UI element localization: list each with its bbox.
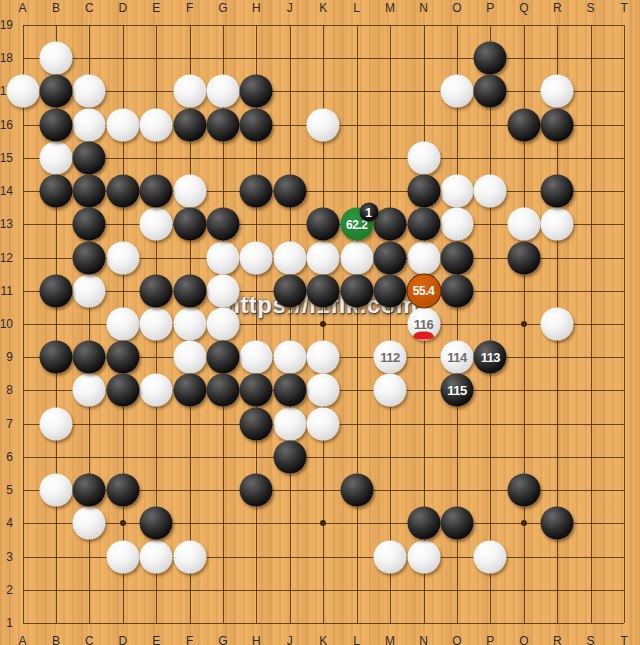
stone-black-R4[interactable] (541, 507, 574, 540)
stone-white-K16[interactable] (307, 108, 340, 141)
coord-label-top-M: M (385, 1, 395, 15)
stone-black-H8[interactable] (240, 374, 273, 407)
stone-white-N3[interactable] (407, 540, 440, 573)
stone-black-H7[interactable] (240, 407, 273, 440)
stone-white-C16[interactable] (73, 108, 106, 141)
stone-white-B15[interactable] (39, 141, 72, 174)
grid-line-horizontal (23, 623, 625, 624)
stone-black-B9[interactable] (39, 341, 72, 374)
coord-label-top-B: B (52, 1, 60, 15)
stone-white-F3[interactable] (173, 540, 206, 573)
stone-white-O9[interactable]: 114 (440, 341, 473, 374)
stone-black-C14[interactable] (73, 175, 106, 208)
grid-line-vertical (357, 25, 358, 623)
stone-white-J12[interactable] (273, 241, 306, 274)
stone-white-B7[interactable] (39, 407, 72, 440)
stone-white-A17[interactable] (6, 75, 39, 108)
stone-white-N10[interactable]: 116 (407, 307, 440, 340)
stone-black-F16[interactable] (173, 108, 206, 141)
grid-line-vertical (490, 25, 491, 623)
red-underline-mark (413, 331, 434, 339)
stone-white-H12[interactable] (240, 241, 273, 274)
coord-label-bottom-S: S (587, 634, 595, 645)
stone-black-B14[interactable] (39, 175, 72, 208)
stone-white-E8[interactable] (140, 374, 173, 407)
stone-white-Q13[interactable] (507, 208, 540, 241)
stone-black-O12[interactable] (440, 241, 473, 274)
stone-black-P17[interactable] (474, 75, 507, 108)
grid-line-vertical (624, 25, 625, 623)
move-number-112: 112 (380, 350, 399, 365)
stone-black-J14[interactable] (273, 175, 306, 208)
coord-label-top-H: H (252, 1, 261, 15)
stone-white-D16[interactable] (106, 108, 139, 141)
coord-label-bottom-B: B (52, 634, 60, 645)
stone-white-L12[interactable] (340, 241, 373, 274)
coord-label-top-T: T (620, 1, 627, 15)
stone-white-R13[interactable] (541, 208, 574, 241)
coord-label-bottom-Q: Q (519, 634, 528, 645)
stone-white-C8[interactable] (73, 374, 106, 407)
coord-label-bottom-L: L (353, 634, 360, 645)
coord-label-top-R: R (553, 1, 562, 15)
stone-white-N12[interactable] (407, 241, 440, 274)
move-rank-badge: 1 (359, 203, 378, 222)
coord-label-top-Q: Q (519, 1, 528, 15)
stone-white-J7[interactable] (273, 407, 306, 440)
coord-label-top-D: D (118, 1, 127, 15)
coord-label-left-15: 15 (0, 151, 13, 165)
grid-line-horizontal (23, 457, 625, 458)
stone-white-G17[interactable] (207, 75, 240, 108)
coord-label-bottom-E: E (152, 634, 160, 645)
coord-label-top-O: O (452, 1, 461, 15)
stone-black-H14[interactable] (240, 175, 273, 208)
coord-label-bottom-J: J (287, 634, 293, 645)
stone-white-N15[interactable] (407, 141, 440, 174)
stone-white-F10[interactable] (173, 307, 206, 340)
stone-black-K13[interactable] (307, 208, 340, 241)
stone-white-B5[interactable] (39, 474, 72, 507)
coord-label-bottom-G: G (218, 634, 227, 645)
coord-label-bottom-K: K (319, 634, 327, 645)
grid-line-horizontal (23, 590, 625, 591)
stone-black-F8[interactable] (173, 374, 206, 407)
star-point-Q4 (521, 520, 527, 526)
stone-black-K11[interactable] (307, 274, 340, 307)
stone-black-G9[interactable] (207, 341, 240, 374)
stone-black-M13[interactable] (374, 208, 407, 241)
stone-white-P3[interactable] (474, 540, 507, 573)
stone-white-D12[interactable] (106, 241, 139, 274)
stone-black-F11[interactable] (173, 274, 206, 307)
stone-black-R14[interactable] (541, 175, 574, 208)
stone-white-R10[interactable] (541, 307, 574, 340)
stone-black-J11[interactable] (273, 274, 306, 307)
coord-label-bottom-F: F (186, 634, 193, 645)
stone-white-O17[interactable] (440, 75, 473, 108)
stone-black-C9[interactable] (73, 341, 106, 374)
stone-white-M9[interactable]: 112 (374, 341, 407, 374)
coord-label-top-C: C (85, 1, 94, 15)
stone-black-E4[interactable] (140, 507, 173, 540)
stone-black-L5[interactable] (340, 474, 373, 507)
stone-white-D3[interactable] (106, 540, 139, 573)
coord-label-top-J: J (287, 1, 293, 15)
stone-black-E14[interactable] (140, 175, 173, 208)
coord-label-left-4: 4 (6, 516, 13, 530)
stone-black-O4[interactable] (440, 507, 473, 540)
stone-black-R16[interactable] (541, 108, 574, 141)
stone-white-H9[interactable] (240, 341, 273, 374)
stone-white-M3[interactable] (374, 540, 407, 573)
stone-white-E10[interactable] (140, 307, 173, 340)
stone-white-K12[interactable] (307, 241, 340, 274)
coord-label-left-7: 7 (6, 417, 13, 431)
stone-white-G12[interactable] (207, 241, 240, 274)
coord-label-left-16: 16 (0, 118, 13, 132)
stone-black-M12[interactable] (374, 241, 407, 274)
stone-white-E3[interactable] (140, 540, 173, 573)
stone-black-Q16[interactable] (507, 108, 540, 141)
stone-black-D9[interactable] (106, 341, 139, 374)
stone-black-B11[interactable] (39, 274, 72, 307)
coord-label-left-19: 19 (0, 18, 13, 32)
stone-black-N4[interactable] (407, 507, 440, 540)
coord-label-bottom-N: N (419, 634, 428, 645)
stone-black-D8[interactable] (106, 374, 139, 407)
stone-white-G10[interactable] (207, 307, 240, 340)
stone-black-O11[interactable] (440, 274, 473, 307)
stone-white-F14[interactable] (173, 175, 206, 208)
stone-white-C17[interactable] (73, 75, 106, 108)
stone-black-C15[interactable] (73, 141, 106, 174)
coord-label-top-P: P (486, 1, 494, 15)
stone-white-E16[interactable] (140, 108, 173, 141)
stone-white-F17[interactable] (173, 75, 206, 108)
star-point-K4 (320, 520, 326, 526)
stone-white-O13[interactable] (440, 208, 473, 241)
stone-black-G13[interactable] (207, 208, 240, 241)
stone-white-P14[interactable] (474, 175, 507, 208)
coord-label-left-9: 9 (6, 350, 13, 364)
move-number-115: 115 (447, 383, 466, 398)
stone-black-G16[interactable] (207, 108, 240, 141)
coord-label-left-18: 18 (0, 51, 13, 65)
stone-black-D5[interactable] (106, 474, 139, 507)
coord-label-bottom-O: O (452, 634, 461, 645)
star-point-D4 (120, 520, 126, 526)
stone-black-C5[interactable] (73, 474, 106, 507)
stone-black-L11[interactable] (340, 274, 373, 307)
grid-line-vertical (390, 25, 391, 623)
coord-label-top-K: K (319, 1, 327, 15)
stone-white-J9[interactable] (273, 341, 306, 374)
coord-label-bottom-P: P (486, 634, 494, 645)
stone-black-D14[interactable] (106, 175, 139, 208)
stone-white-D10[interactable] (106, 307, 139, 340)
star-point-K10 (320, 321, 326, 327)
coord-label-bottom-R: R (553, 634, 562, 645)
stone-white-C11[interactable] (73, 274, 106, 307)
stone-white-O14[interactable] (440, 175, 473, 208)
coord-label-left-5: 5 (6, 483, 13, 497)
star-point-Q10 (521, 321, 527, 327)
coord-label-bottom-D: D (118, 634, 127, 645)
coord-label-left-13: 13 (0, 217, 13, 231)
winrate-label: 55.4 (413, 284, 434, 298)
coord-label-top-G: G (218, 1, 227, 15)
stone-black-C12[interactable] (73, 241, 106, 274)
stone-black-B17[interactable] (39, 75, 72, 108)
stone-white-C4[interactable] (73, 507, 106, 540)
coord-label-left-2: 2 (6, 583, 13, 597)
stone-white-K8[interactable] (307, 374, 340, 407)
stone-black-P18[interactable] (474, 42, 507, 75)
coord-label-top-S: S (587, 1, 595, 15)
coord-label-top-L: L (353, 1, 360, 15)
stone-black-M11[interactable] (374, 274, 407, 307)
stone-black-H17[interactable] (240, 75, 273, 108)
stone-white-K7[interactable] (307, 407, 340, 440)
coord-label-bottom-C: C (85, 634, 94, 645)
stone-black-E11[interactable] (140, 274, 173, 307)
coord-label-top-F: F (186, 1, 193, 15)
coord-label-top-A: A (18, 1, 26, 15)
coord-label-left-1: 1 (6, 616, 13, 630)
stone-white-B18[interactable] (39, 42, 72, 75)
coord-label-left-10: 10 (0, 317, 13, 331)
stone-white-R17[interactable] (541, 75, 574, 108)
stone-black-B16[interactable] (39, 108, 72, 141)
stone-black-F13[interactable] (173, 208, 206, 241)
move-number-113: 113 (481, 350, 500, 365)
stone-white-K9[interactable] (307, 341, 340, 374)
coord-label-bottom-A: A (18, 634, 26, 645)
coord-label-left-8: 8 (6, 383, 13, 397)
stone-black-H5[interactable] (240, 474, 273, 507)
coord-label-bottom-T: T (620, 634, 627, 645)
stone-black-Q12[interactable] (507, 241, 540, 274)
stone-black-G8[interactable] (207, 374, 240, 407)
stone-black-J8[interactable] (273, 374, 306, 407)
stone-black-Q5[interactable] (507, 474, 540, 507)
coord-label-bottom-M: M (385, 634, 395, 645)
coord-label-bottom-H: H (252, 634, 261, 645)
stone-white-E13[interactable] (140, 208, 173, 241)
stone-black-N13[interactable] (407, 208, 440, 241)
move-number-114: 114 (447, 350, 466, 365)
coord-label-left-6: 6 (6, 450, 13, 464)
coord-label-top-N: N (419, 1, 428, 15)
stone-black-N14[interactable] (407, 175, 440, 208)
coord-label-left-14: 14 (0, 184, 13, 198)
coord-label-left-12: 12 (0, 251, 13, 265)
stone-black-C13[interactable] (73, 208, 106, 241)
stone-white-F9[interactable] (173, 341, 206, 374)
coord-label-top-E: E (152, 1, 160, 15)
stone-white-M8[interactable] (374, 374, 407, 407)
ai-played-move-N11[interactable]: 55.4 (406, 273, 441, 308)
stone-black-H16[interactable] (240, 108, 273, 141)
stone-black-O8[interactable]: 115 (440, 374, 473, 407)
coord-label-left-3: 3 (6, 550, 13, 564)
stone-black-P9[interactable]: 113 (474, 341, 507, 374)
move-number-116: 116 (414, 316, 433, 331)
go-board-screenshot: https://i1flk.com/ AABBCCDDEEFFGGHHJJKKL… (0, 0, 640, 645)
stone-white-G11[interactable] (207, 274, 240, 307)
stone-black-J6[interactable] (273, 440, 306, 473)
coord-label-left-11: 11 (1, 284, 13, 298)
grid-line-vertical (591, 25, 592, 623)
